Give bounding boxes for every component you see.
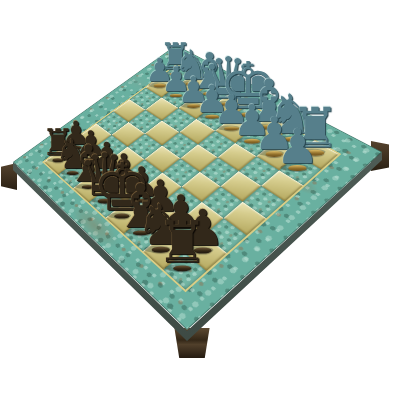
chess-board bbox=[13, 45, 382, 330]
chess-set-photo: ♜♞♝♛♚♝♞♜♟♟♟♟♟♟♟♟♟♟♟♟♟♟♟♟♜♞♝♛♚♝♞♜ bbox=[0, 0, 400, 400]
board-grid bbox=[42, 64, 341, 293]
